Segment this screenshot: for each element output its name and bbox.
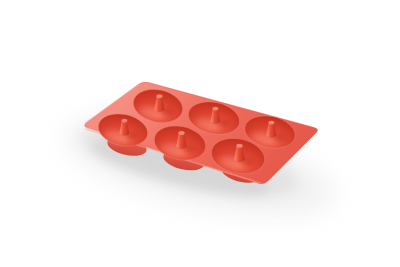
cone-top (178, 131, 184, 135)
cone-top (156, 94, 162, 98)
silicone-mold-image (0, 0, 400, 267)
product-photo (0, 0, 400, 267)
cone-top (121, 119, 127, 123)
cone-top (236, 144, 242, 148)
cone-top (212, 107, 218, 111)
photo-canvas (0, 0, 400, 267)
cone-top (268, 121, 274, 125)
